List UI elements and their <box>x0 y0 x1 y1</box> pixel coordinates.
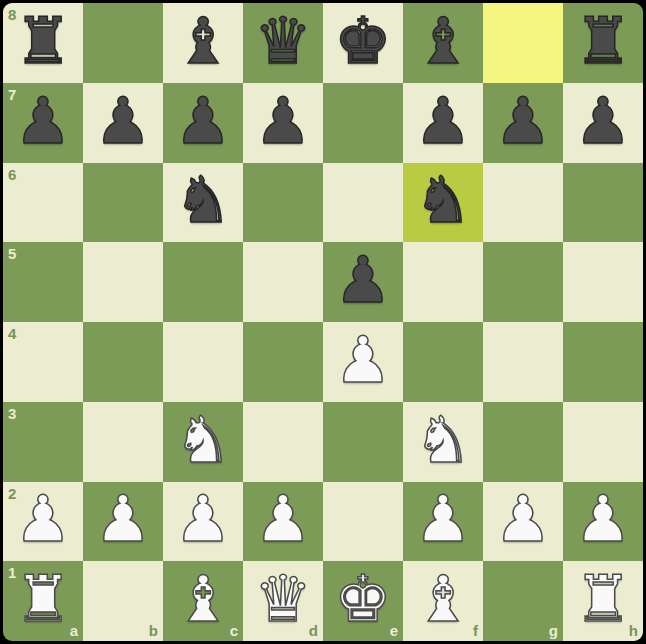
square-c4[interactable] <box>163 322 243 402</box>
square-g5[interactable] <box>483 242 563 322</box>
square-e5[interactable]: ♟ <box>323 242 403 322</box>
square-a4[interactable]: 4 <box>3 322 83 402</box>
square-a1[interactable]: 1a♜ <box>3 561 83 641</box>
square-h1[interactable]: h♜ <box>563 561 643 641</box>
piece-black-pawn[interactable]: ♟ <box>574 89 631 153</box>
rank-label-5: 5 <box>8 246 16 261</box>
square-e8[interactable]: ♚ <box>323 3 403 83</box>
square-d4[interactable] <box>243 322 323 402</box>
rank-label-3: 3 <box>8 406 16 421</box>
piece-black-rook[interactable]: ♜ <box>14 9 71 73</box>
square-d3[interactable] <box>243 402 323 482</box>
rank-label-4: 4 <box>8 326 16 341</box>
square-b7[interactable]: ♟ <box>83 83 163 163</box>
square-e4[interactable]: ♟ <box>323 322 403 402</box>
piece-black-pawn[interactable]: ♟ <box>174 89 231 153</box>
square-d7[interactable]: ♟ <box>243 83 323 163</box>
square-c7[interactable]: ♟ <box>163 83 243 163</box>
square-g4[interactable] <box>483 322 563 402</box>
piece-white-pawn[interactable]: ♟ <box>14 487 71 551</box>
piece-black-pawn[interactable]: ♟ <box>494 89 551 153</box>
square-b2[interactable]: ♟ <box>83 482 163 562</box>
square-h6[interactable] <box>563 163 643 243</box>
square-a3[interactable]: 3 <box>3 402 83 482</box>
file-label-f: f <box>473 623 478 638</box>
square-d8[interactable]: ♛ <box>243 3 323 83</box>
piece-black-rook[interactable]: ♜ <box>574 9 631 73</box>
square-g8[interactable] <box>483 3 563 83</box>
piece-black-pawn[interactable]: ♟ <box>334 248 391 312</box>
square-c8[interactable]: ♝ <box>163 3 243 83</box>
square-b6[interactable] <box>83 163 163 243</box>
square-h5[interactable] <box>563 242 643 322</box>
square-a6[interactable]: 6 <box>3 163 83 243</box>
square-d6[interactable] <box>243 163 323 243</box>
piece-white-pawn[interactable]: ♟ <box>574 487 631 551</box>
piece-white-pawn[interactable]: ♟ <box>174 487 231 551</box>
piece-white-pawn[interactable]: ♟ <box>254 487 311 551</box>
piece-white-rook[interactable]: ♜ <box>14 567 71 631</box>
square-c3[interactable]: ♞ <box>163 402 243 482</box>
square-g6[interactable] <box>483 163 563 243</box>
chess-board: 8♜♝♛♚♝♜7♟♟♟♟♟♟♟6♞♞5♟4♟3♞♞2♟♟♟♟♟♟♟1a♜bc♝d… <box>3 3 643 641</box>
square-h2[interactable]: ♟ <box>563 482 643 562</box>
square-g2[interactable]: ♟ <box>483 482 563 562</box>
file-label-b: b <box>149 623 158 638</box>
square-f4[interactable] <box>403 322 483 402</box>
piece-white-pawn[interactable]: ♟ <box>494 487 551 551</box>
piece-white-knight[interactable]: ♞ <box>174 408 231 472</box>
file-label-g: g <box>549 623 558 638</box>
piece-black-pawn[interactable]: ♟ <box>94 89 151 153</box>
square-a5[interactable]: 5 <box>3 242 83 322</box>
piece-white-pawn[interactable]: ♟ <box>414 487 471 551</box>
square-f3[interactable]: ♞ <box>403 402 483 482</box>
piece-white-pawn[interactable]: ♟ <box>94 487 151 551</box>
square-g3[interactable] <box>483 402 563 482</box>
square-g1[interactable]: g <box>483 561 563 641</box>
piece-black-knight[interactable]: ♞ <box>414 168 471 232</box>
piece-black-queen[interactable]: ♛ <box>254 9 311 73</box>
square-b3[interactable] <box>83 402 163 482</box>
square-d1[interactable]: d♛ <box>243 561 323 641</box>
piece-white-queen[interactable]: ♛ <box>254 567 311 631</box>
piece-black-king[interactable]: ♚ <box>334 9 391 73</box>
square-f6[interactable]: ♞ <box>403 163 483 243</box>
piece-white-knight[interactable]: ♞ <box>414 408 471 472</box>
square-f7[interactable]: ♟ <box>403 83 483 163</box>
piece-white-rook[interactable]: ♜ <box>574 567 631 631</box>
square-e6[interactable] <box>323 163 403 243</box>
square-f8[interactable]: ♝ <box>403 3 483 83</box>
square-f2[interactable]: ♟ <box>403 482 483 562</box>
piece-white-pawn[interactable]: ♟ <box>334 328 391 392</box>
piece-black-pawn[interactable]: ♟ <box>14 89 71 153</box>
piece-white-bishop[interactable]: ♝ <box>414 567 471 631</box>
square-b8[interactable] <box>83 3 163 83</box>
piece-white-bishop[interactable]: ♝ <box>174 567 231 631</box>
square-f1[interactable]: f♝ <box>403 561 483 641</box>
square-a7[interactable]: 7♟ <box>3 83 83 163</box>
chess-app-background: 8♜♝♛♚♝♜7♟♟♟♟♟♟♟6♞♞5♟4♟3♞♞2♟♟♟♟♟♟♟1a♜bc♝d… <box>0 0 646 644</box>
square-b1[interactable]: b <box>83 561 163 641</box>
piece-black-pawn[interactable]: ♟ <box>414 89 471 153</box>
square-h7[interactable]: ♟ <box>563 83 643 163</box>
square-d5[interactable] <box>243 242 323 322</box>
piece-black-pawn[interactable]: ♟ <box>254 89 311 153</box>
square-e7[interactable] <box>323 83 403 163</box>
square-g7[interactable]: ♟ <box>483 83 563 163</box>
square-c6[interactable]: ♞ <box>163 163 243 243</box>
square-f5[interactable] <box>403 242 483 322</box>
square-c5[interactable] <box>163 242 243 322</box>
rank-label-6: 6 <box>8 167 16 182</box>
square-b5[interactable] <box>83 242 163 322</box>
square-c2[interactable]: ♟ <box>163 482 243 562</box>
square-d2[interactable]: ♟ <box>243 482 323 562</box>
square-e2[interactable] <box>323 482 403 562</box>
piece-black-knight[interactable]: ♞ <box>174 168 231 232</box>
square-b4[interactable] <box>83 322 163 402</box>
square-c1[interactable]: c♝ <box>163 561 243 641</box>
square-h3[interactable] <box>563 402 643 482</box>
piece-black-bishop[interactable]: ♝ <box>414 9 471 73</box>
square-a2[interactable]: 2♟ <box>3 482 83 562</box>
piece-white-king[interactable]: ♚ <box>334 567 391 631</box>
square-e3[interactable] <box>323 402 403 482</box>
square-h8[interactable]: ♜ <box>563 3 643 83</box>
square-a8[interactable]: 8♜ <box>3 3 83 83</box>
square-e1[interactable]: e♚ <box>323 561 403 641</box>
square-h4[interactable] <box>563 322 643 402</box>
piece-black-bishop[interactable]: ♝ <box>174 9 231 73</box>
